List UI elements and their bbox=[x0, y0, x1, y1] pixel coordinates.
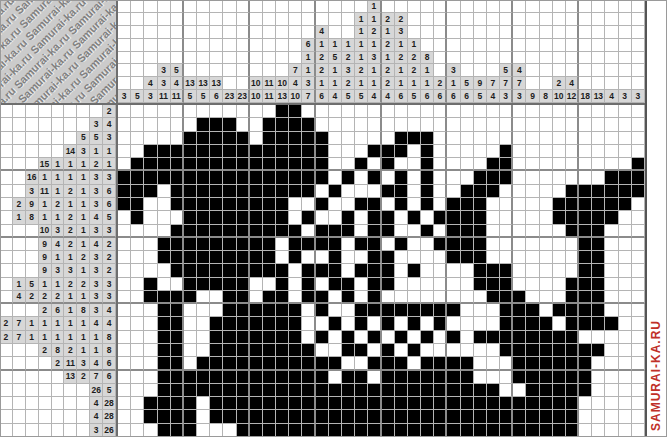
grid-cell-empty[interactable] bbox=[382, 331, 395, 344]
grid-cell-empty[interactable] bbox=[302, 331, 315, 344]
grid-cell-filled[interactable] bbox=[158, 357, 171, 370]
grid-cell-filled[interactable] bbox=[382, 397, 395, 410]
grid-cell-filled[interactable] bbox=[223, 344, 236, 357]
grid-cell-filled[interactable] bbox=[237, 158, 250, 171]
grid-cell-filled[interactable] bbox=[144, 158, 157, 171]
grid-cell-filled[interactable] bbox=[329, 264, 342, 277]
grid-cell-empty[interactable] bbox=[434, 251, 447, 264]
grid-cell-empty[interactable] bbox=[487, 238, 500, 251]
grid-cell-filled[interactable] bbox=[526, 371, 539, 384]
grid-cell-empty[interactable] bbox=[500, 357, 513, 370]
grid-cell-filled[interactable] bbox=[276, 371, 289, 384]
grid-cell-empty[interactable] bbox=[118, 291, 131, 304]
grid-cell-filled[interactable] bbox=[263, 304, 276, 317]
grid-cell-empty[interactable] bbox=[421, 264, 434, 277]
grid-cell-empty[interactable] bbox=[632, 331, 645, 344]
grid-cell-filled[interactable] bbox=[382, 251, 395, 264]
grid-cell-empty[interactable] bbox=[421, 291, 434, 304]
grid-cell-filled[interactable] bbox=[500, 171, 513, 184]
grid-cell-filled[interactable] bbox=[447, 357, 460, 370]
grid-cell-filled[interactable] bbox=[579, 344, 592, 357]
grid-cell-filled[interactable] bbox=[316, 304, 329, 317]
grid-cell-filled[interactable] bbox=[250, 304, 263, 317]
grid-cell-empty[interactable] bbox=[434, 344, 447, 357]
grid-cell-filled[interactable] bbox=[632, 158, 645, 171]
grid-cell-filled[interactable] bbox=[553, 344, 566, 357]
grid-cell-empty[interactable] bbox=[461, 105, 474, 118]
grid-cell-filled[interactable] bbox=[171, 344, 184, 357]
grid-cell-filled[interactable] bbox=[263, 145, 276, 158]
grid-cell-empty[interactable] bbox=[447, 317, 460, 330]
grid-cell-filled[interactable] bbox=[289, 238, 302, 251]
grid-cell-filled[interactable] bbox=[619, 171, 632, 184]
grid-cell-empty[interactable] bbox=[329, 105, 342, 118]
grid-cell-empty[interactable] bbox=[447, 118, 460, 131]
grid-cell-empty[interactable] bbox=[342, 238, 355, 251]
grid-cell-empty[interactable] bbox=[223, 105, 236, 118]
grid-cell-filled[interactable] bbox=[197, 145, 210, 158]
grid-cell-filled[interactable] bbox=[276, 278, 289, 291]
grid-cell-filled[interactable] bbox=[368, 397, 381, 410]
grid-cell-empty[interactable] bbox=[144, 118, 157, 131]
grid-cell-filled[interactable] bbox=[382, 410, 395, 423]
grid-cell-filled[interactable] bbox=[197, 185, 210, 198]
grid-cell-empty[interactable] bbox=[447, 344, 460, 357]
grid-cell-empty[interactable] bbox=[605, 145, 618, 158]
grid-cell-filled[interactable] bbox=[592, 344, 605, 357]
grid-cell-filled[interactable] bbox=[447, 424, 460, 437]
grid-cell-filled[interactable] bbox=[540, 317, 553, 330]
grid-cell-filled[interactable] bbox=[566, 317, 579, 330]
grid-cell-filled[interactable] bbox=[395, 384, 408, 397]
grid-cell-empty[interactable] bbox=[421, 105, 434, 118]
grid-cell-filled[interactable] bbox=[263, 331, 276, 344]
grid-cell-empty[interactable] bbox=[447, 171, 460, 184]
grid-cell-filled[interactable] bbox=[526, 410, 539, 423]
grid-cell-filled[interactable] bbox=[329, 278, 342, 291]
grid-cell-empty[interactable] bbox=[526, 145, 539, 158]
grid-cell-empty[interactable] bbox=[579, 118, 592, 131]
grid-cell-empty[interactable] bbox=[526, 238, 539, 251]
grid-cell-empty[interactable] bbox=[434, 185, 447, 198]
grid-cell-filled[interactable] bbox=[342, 397, 355, 410]
grid-cell-empty[interactable] bbox=[605, 410, 618, 423]
grid-cell-filled[interactable] bbox=[421, 171, 434, 184]
grid-cell-empty[interactable] bbox=[461, 158, 474, 171]
grid-cell-empty[interactable] bbox=[526, 171, 539, 184]
grid-cell-empty[interactable] bbox=[540, 304, 553, 317]
grid-cell-filled[interactable] bbox=[171, 171, 184, 184]
grid-cell-empty[interactable] bbox=[171, 278, 184, 291]
grid-cell-empty[interactable] bbox=[382, 118, 395, 131]
grid-cell-filled[interactable] bbox=[395, 304, 408, 317]
grid-cell-empty[interactable] bbox=[368, 118, 381, 131]
grid-cell-empty[interactable] bbox=[605, 331, 618, 344]
grid-cell-empty[interactable] bbox=[566, 145, 579, 158]
grid-cell-empty[interactable] bbox=[619, 357, 632, 370]
grid-cell-filled[interactable] bbox=[302, 397, 315, 410]
grid-cell-empty[interactable] bbox=[421, 211, 434, 224]
grid-cell-empty[interactable] bbox=[579, 424, 592, 437]
grid-cell-empty[interactable] bbox=[487, 132, 500, 145]
grid-cell-empty[interactable] bbox=[487, 357, 500, 370]
grid-cell-empty[interactable] bbox=[619, 211, 632, 224]
grid-cell-empty[interactable] bbox=[289, 198, 302, 211]
grid-cell-filled[interactable] bbox=[447, 198, 460, 211]
grid-cell-empty[interactable] bbox=[553, 118, 566, 131]
grid-cell-filled[interactable] bbox=[171, 357, 184, 370]
grid-cell-filled[interactable] bbox=[474, 198, 487, 211]
grid-cell-empty[interactable] bbox=[474, 317, 487, 330]
grid-cell-filled[interactable] bbox=[171, 238, 184, 251]
grid-cell-filled[interactable] bbox=[368, 211, 381, 224]
grid-cell-filled[interactable] bbox=[237, 225, 250, 238]
grid-cell-filled[interactable] bbox=[276, 171, 289, 184]
grid-cell-filled[interactable] bbox=[210, 397, 223, 410]
grid-cell-empty[interactable] bbox=[250, 132, 263, 145]
grid-cell-empty[interactable] bbox=[605, 238, 618, 251]
grid-cell-filled[interactable] bbox=[197, 384, 210, 397]
grid-cell-empty[interactable] bbox=[171, 211, 184, 224]
grid-cell-filled[interactable] bbox=[316, 132, 329, 145]
grid-cell-empty[interactable] bbox=[434, 331, 447, 344]
grid-cell-filled[interactable] bbox=[434, 304, 447, 317]
grid-cell-filled[interactable] bbox=[395, 331, 408, 344]
grid-cell-filled[interactable] bbox=[158, 171, 171, 184]
grid-cell-filled[interactable] bbox=[395, 397, 408, 410]
grid-cell-filled[interactable] bbox=[276, 424, 289, 437]
grid-cell-empty[interactable] bbox=[526, 251, 539, 264]
grid-cell-empty[interactable] bbox=[487, 317, 500, 330]
grid-cell-filled[interactable] bbox=[487, 424, 500, 437]
grid-cell-filled[interactable] bbox=[368, 357, 381, 370]
grid-cell-filled[interactable] bbox=[237, 317, 250, 330]
grid-cell-empty[interactable] bbox=[131, 344, 144, 357]
grid-cell-filled[interactable] bbox=[421, 132, 434, 145]
grid-cell-empty[interactable] bbox=[421, 238, 434, 251]
grid-cell-filled[interactable] bbox=[158, 145, 171, 158]
grid-cell-empty[interactable] bbox=[619, 145, 632, 158]
grid-cell-filled[interactable] bbox=[329, 424, 342, 437]
grid-cell-filled[interactable] bbox=[592, 317, 605, 330]
grid-cell-filled[interactable] bbox=[171, 291, 184, 304]
grid-cell-empty[interactable] bbox=[197, 397, 210, 410]
grid-cell-empty[interactable] bbox=[342, 357, 355, 370]
grid-cell-empty[interactable] bbox=[474, 158, 487, 171]
grid-cell-filled[interactable] bbox=[526, 331, 539, 344]
grid-cell-empty[interactable] bbox=[118, 225, 131, 238]
grid-cell-filled[interactable] bbox=[474, 384, 487, 397]
grid-cell-empty[interactable] bbox=[118, 105, 131, 118]
grid-cell-empty[interactable] bbox=[632, 132, 645, 145]
grid-cell-filled[interactable] bbox=[447, 397, 460, 410]
grid-cell-empty[interactable] bbox=[329, 118, 342, 131]
grid-cell-empty[interactable] bbox=[355, 105, 368, 118]
grid-cell-empty[interactable] bbox=[592, 158, 605, 171]
grid-cell-empty[interactable] bbox=[434, 132, 447, 145]
grid-cell-filled[interactable] bbox=[579, 384, 592, 397]
grid-cell-empty[interactable] bbox=[500, 118, 513, 131]
grid-cell-empty[interactable] bbox=[592, 371, 605, 384]
grid-cell-empty[interactable] bbox=[316, 118, 329, 131]
grid-cell-filled[interactable] bbox=[118, 171, 131, 184]
grid-cell-empty[interactable] bbox=[131, 278, 144, 291]
grid-cell-filled[interactable] bbox=[461, 424, 474, 437]
grid-cell-filled[interactable] bbox=[316, 331, 329, 344]
grid-cell-empty[interactable] bbox=[237, 118, 250, 131]
grid-cell-empty[interactable] bbox=[382, 238, 395, 251]
grid-cell-filled[interactable] bbox=[592, 278, 605, 291]
grid-cell-filled[interactable] bbox=[276, 158, 289, 171]
grid-cell-empty[interactable] bbox=[131, 410, 144, 423]
grid-cell-filled[interactable] bbox=[632, 171, 645, 184]
grid-cell-filled[interactable] bbox=[382, 304, 395, 317]
grid-cell-filled[interactable] bbox=[513, 331, 526, 344]
grid-cell-filled[interactable] bbox=[566, 198, 579, 211]
grid-cell-filled[interactable] bbox=[237, 384, 250, 397]
grid-cell-empty[interactable] bbox=[632, 291, 645, 304]
grid-cell-filled[interactable] bbox=[171, 225, 184, 238]
grid-cell-filled[interactable] bbox=[513, 371, 526, 384]
grid-cell-empty[interactable] bbox=[566, 105, 579, 118]
grid-cell-empty[interactable] bbox=[487, 251, 500, 264]
grid-cell-empty[interactable] bbox=[540, 291, 553, 304]
grid-cell-empty[interactable] bbox=[632, 424, 645, 437]
grid-cell-filled[interactable] bbox=[237, 357, 250, 370]
grid-cell-filled[interactable] bbox=[302, 410, 315, 423]
grid-cell-empty[interactable] bbox=[289, 211, 302, 224]
grid-cell-empty[interactable] bbox=[144, 211, 157, 224]
grid-cell-empty[interactable] bbox=[434, 278, 447, 291]
grid-cell-filled[interactable] bbox=[184, 225, 197, 238]
grid-cell-empty[interactable] bbox=[316, 251, 329, 264]
grid-cell-empty[interactable] bbox=[632, 118, 645, 131]
grid-cell-empty[interactable] bbox=[342, 304, 355, 317]
grid-cell-empty[interactable] bbox=[592, 132, 605, 145]
grid-cell-empty[interactable] bbox=[434, 225, 447, 238]
grid-cell-empty[interactable] bbox=[500, 105, 513, 118]
grid-cell-empty[interactable] bbox=[619, 424, 632, 437]
grid-cell-filled[interactable] bbox=[237, 185, 250, 198]
grid-cell-empty[interactable] bbox=[118, 264, 131, 277]
grid-cell-filled[interactable] bbox=[131, 198, 144, 211]
grid-cell-filled[interactable] bbox=[223, 211, 236, 224]
grid-cell-filled[interactable] bbox=[197, 264, 210, 277]
grid-cell-filled[interactable] bbox=[263, 397, 276, 410]
grid-cell-empty[interactable] bbox=[553, 105, 566, 118]
grid-cell-empty[interactable] bbox=[500, 384, 513, 397]
grid-cell-filled[interactable] bbox=[421, 331, 434, 344]
grid-cell-empty[interactable] bbox=[632, 344, 645, 357]
grid-cell-empty[interactable] bbox=[487, 211, 500, 224]
grid-cell-filled[interactable] bbox=[342, 410, 355, 423]
grid-cell-filled[interactable] bbox=[263, 371, 276, 384]
grid-cell-empty[interactable] bbox=[171, 132, 184, 145]
grid-cell-filled[interactable] bbox=[316, 264, 329, 277]
grid-cell-filled[interactable] bbox=[223, 317, 236, 330]
grid-cell-filled[interactable] bbox=[302, 145, 315, 158]
grid-cell-filled[interactable] bbox=[368, 251, 381, 264]
grid-cell-empty[interactable] bbox=[447, 278, 460, 291]
grid-cell-filled[interactable] bbox=[408, 211, 421, 224]
grid-cell-filled[interactable] bbox=[289, 145, 302, 158]
grid-cell-filled[interactable] bbox=[605, 198, 618, 211]
grid-cell-filled[interactable] bbox=[500, 264, 513, 277]
grid-cell-empty[interactable] bbox=[540, 118, 553, 131]
grid-cell-filled[interactable] bbox=[144, 278, 157, 291]
grid-cell-filled[interactable] bbox=[223, 304, 236, 317]
grid-cell-filled[interactable] bbox=[540, 397, 553, 410]
grid-cell-empty[interactable] bbox=[329, 211, 342, 224]
grid-cell-empty[interactable] bbox=[487, 145, 500, 158]
grid-cell-empty[interactable] bbox=[540, 211, 553, 224]
grid-cell-empty[interactable] bbox=[408, 331, 421, 344]
grid-cell-filled[interactable] bbox=[395, 410, 408, 423]
grid-cell-filled[interactable] bbox=[487, 264, 500, 277]
grid-cell-filled[interactable] bbox=[316, 357, 329, 370]
grid-cell-filled[interactable] bbox=[302, 238, 315, 251]
grid-cell-filled[interactable] bbox=[526, 384, 539, 397]
grid-cell-filled[interactable] bbox=[395, 132, 408, 145]
grid-cell-empty[interactable] bbox=[289, 278, 302, 291]
grid-cell-empty[interactable] bbox=[553, 145, 566, 158]
grid-cell-filled[interactable] bbox=[434, 424, 447, 437]
grid-cell-filled[interactable] bbox=[605, 171, 618, 184]
grid-cell-empty[interactable] bbox=[144, 238, 157, 251]
grid-cell-filled[interactable] bbox=[566, 331, 579, 344]
grid-cell-filled[interactable] bbox=[434, 211, 447, 224]
grid-cell-filled[interactable] bbox=[500, 145, 513, 158]
grid-cell-filled[interactable] bbox=[382, 384, 395, 397]
grid-cell-filled[interactable] bbox=[395, 171, 408, 184]
grid-cell-empty[interactable] bbox=[158, 211, 171, 224]
grid-cell-filled[interactable] bbox=[540, 344, 553, 357]
grid-cell-filled[interactable] bbox=[184, 211, 197, 224]
grid-cell-filled[interactable] bbox=[566, 410, 579, 423]
grid-cell-filled[interactable] bbox=[289, 397, 302, 410]
grid-cell-filled[interactable] bbox=[302, 171, 315, 184]
grid-cell-filled[interactable] bbox=[408, 384, 421, 397]
grid-cell-empty[interactable] bbox=[118, 357, 131, 370]
grid-cell-empty[interactable] bbox=[118, 158, 131, 171]
grid-cell-empty[interactable] bbox=[461, 171, 474, 184]
grid-cell-filled[interactable] bbox=[329, 384, 342, 397]
grid-cell-filled[interactable] bbox=[237, 278, 250, 291]
grid-cell-empty[interactable] bbox=[118, 238, 131, 251]
grid-cell-empty[interactable] bbox=[302, 251, 315, 264]
grid-cell-filled[interactable] bbox=[316, 145, 329, 158]
grid-cell-filled[interactable] bbox=[250, 264, 263, 277]
grid-cell-filled[interactable] bbox=[184, 424, 197, 437]
grid-cell-empty[interactable] bbox=[342, 118, 355, 131]
grid-cell-empty[interactable] bbox=[342, 132, 355, 145]
grid-cell-empty[interactable] bbox=[355, 118, 368, 131]
grid-cell-filled[interactable] bbox=[382, 225, 395, 238]
grid-cell-filled[interactable] bbox=[223, 291, 236, 304]
grid-cell-filled[interactable] bbox=[382, 357, 395, 370]
grid-cell-filled[interactable] bbox=[263, 185, 276, 198]
grid-cell-filled[interactable] bbox=[342, 344, 355, 357]
grid-cell-filled[interactable] bbox=[382, 317, 395, 330]
grid-cell-empty[interactable] bbox=[513, 118, 526, 131]
grid-cell-filled[interactable] bbox=[434, 371, 447, 384]
grid-cell-empty[interactable] bbox=[184, 304, 197, 317]
grid-cell-empty[interactable] bbox=[474, 132, 487, 145]
grid-cell-filled[interactable] bbox=[171, 198, 184, 211]
puzzle-grid[interactable] bbox=[118, 105, 645, 437]
grid-cell-filled[interactable] bbox=[144, 410, 157, 423]
grid-cell-empty[interactable] bbox=[500, 198, 513, 211]
grid-cell-empty[interactable] bbox=[474, 105, 487, 118]
grid-cell-filled[interactable] bbox=[158, 158, 171, 171]
grid-cell-empty[interactable] bbox=[553, 251, 566, 264]
grid-cell-empty[interactable] bbox=[210, 304, 223, 317]
grid-cell-filled[interactable] bbox=[289, 118, 302, 131]
grid-cell-filled[interactable] bbox=[276, 291, 289, 304]
grid-cell-filled[interactable] bbox=[553, 424, 566, 437]
grid-cell-empty[interactable] bbox=[355, 225, 368, 238]
grid-cell-empty[interactable] bbox=[526, 225, 539, 238]
grid-cell-filled[interactable] bbox=[447, 371, 460, 384]
grid-cell-filled[interactable] bbox=[355, 344, 368, 357]
grid-cell-filled[interactable] bbox=[210, 185, 223, 198]
grid-cell-filled[interactable] bbox=[237, 171, 250, 184]
grid-cell-empty[interactable] bbox=[632, 384, 645, 397]
grid-cell-empty[interactable] bbox=[144, 198, 157, 211]
grid-cell-empty[interactable] bbox=[619, 371, 632, 384]
grid-cell-filled[interactable] bbox=[210, 158, 223, 171]
grid-cell-filled[interactable] bbox=[316, 410, 329, 423]
grid-cell-filled[interactable] bbox=[382, 145, 395, 158]
grid-cell-filled[interactable] bbox=[237, 344, 250, 357]
grid-cell-empty[interactable] bbox=[131, 132, 144, 145]
grid-cell-filled[interactable] bbox=[302, 158, 315, 171]
grid-cell-filled[interactable] bbox=[184, 158, 197, 171]
grid-cell-empty[interactable] bbox=[487, 304, 500, 317]
grid-cell-empty[interactable] bbox=[395, 344, 408, 357]
grid-cell-filled[interactable] bbox=[619, 198, 632, 211]
grid-cell-empty[interactable] bbox=[276, 251, 289, 264]
grid-cell-filled[interactable] bbox=[276, 198, 289, 211]
grid-cell-empty[interactable] bbox=[408, 291, 421, 304]
grid-cell-empty[interactable] bbox=[144, 317, 157, 330]
grid-cell-empty[interactable] bbox=[316, 344, 329, 357]
grid-cell-filled[interactable] bbox=[461, 251, 474, 264]
grid-cell-filled[interactable] bbox=[329, 238, 342, 251]
grid-cell-filled[interactable] bbox=[276, 410, 289, 423]
grid-cell-filled[interactable] bbox=[302, 424, 315, 437]
grid-cell-filled[interactable] bbox=[447, 304, 460, 317]
grid-cell-filled[interactable] bbox=[250, 424, 263, 437]
grid-cell-empty[interactable] bbox=[434, 198, 447, 211]
grid-cell-filled[interactable] bbox=[408, 304, 421, 317]
grid-cell-filled[interactable] bbox=[276, 344, 289, 357]
grid-cell-empty[interactable] bbox=[289, 291, 302, 304]
grid-cell-filled[interactable] bbox=[500, 317, 513, 330]
grid-cell-empty[interactable] bbox=[408, 198, 421, 211]
grid-cell-filled[interactable] bbox=[263, 238, 276, 251]
grid-cell-filled[interactable] bbox=[461, 397, 474, 410]
grid-cell-empty[interactable] bbox=[421, 317, 434, 330]
grid-cell-filled[interactable] bbox=[184, 185, 197, 198]
grid-cell-filled[interactable] bbox=[171, 424, 184, 437]
grid-cell-empty[interactable] bbox=[382, 291, 395, 304]
grid-cell-empty[interactable] bbox=[395, 211, 408, 224]
grid-cell-filled[interactable] bbox=[158, 238, 171, 251]
grid-cell-empty[interactable] bbox=[131, 331, 144, 344]
grid-cell-empty[interactable] bbox=[210, 105, 223, 118]
grid-cell-empty[interactable] bbox=[592, 105, 605, 118]
